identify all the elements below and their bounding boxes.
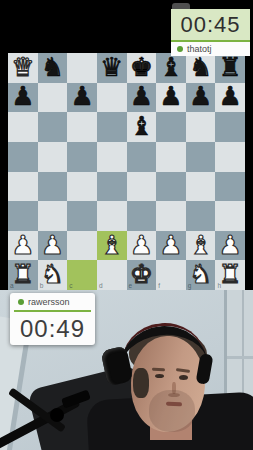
square-e2[interactable]: ♟ — [127, 231, 157, 261]
square-d3[interactable] — [97, 201, 127, 231]
square-b2[interactable]: ♟ — [38, 231, 68, 261]
square-b7[interactable] — [38, 83, 68, 113]
square-e6[interactable]: ♝ — [127, 112, 157, 142]
piece-black-pawn[interactable]: ♟ — [219, 83, 242, 109]
square-d2[interactable]: ♝ — [97, 231, 127, 261]
square-g2[interactable]: ♝ — [186, 231, 216, 261]
piece-white-pawn[interactable]: ♟ — [11, 232, 34, 258]
window-frame-bar — [227, 356, 253, 359]
square-c2[interactable] — [67, 231, 97, 261]
square-f2[interactable]: ♟ — [156, 231, 186, 261]
piece-black-pawn[interactable]: ♟ — [11, 83, 34, 109]
piece-white-rook[interactable]: ♜ — [219, 261, 242, 287]
piece-black-knight[interactable]: ♞ — [189, 54, 212, 80]
bottom-player-panel: rawersson 00:49 — [10, 293, 95, 345]
square-c8[interactable] — [67, 53, 97, 83]
square-g1[interactable]: ♞g — [186, 260, 216, 290]
file-label: d — [99, 282, 103, 289]
square-b4[interactable] — [38, 172, 68, 202]
square-d7[interactable] — [97, 83, 127, 113]
square-e5[interactable] — [127, 142, 157, 172]
top-player-namebar: thatotj — [171, 42, 250, 56]
piece-black-bishop[interactable]: ♝ — [159, 54, 182, 80]
piece-black-pawn[interactable]: ♟ — [130, 83, 153, 109]
piece-black-pawn[interactable]: ♟ — [189, 83, 212, 109]
online-status-icon — [177, 46, 183, 52]
piece-white-pawn[interactable]: ♟ — [130, 232, 153, 258]
square-c1[interactable]: c — [67, 260, 97, 290]
square-h3[interactable] — [215, 201, 245, 231]
square-a8[interactable]: ♛ — [8, 53, 38, 83]
square-h8[interactable]: ♜ — [215, 53, 245, 83]
piece-white-queen[interactable]: ♛ — [11, 54, 34, 80]
piece-black-bishop[interactable]: ♝ — [130, 113, 153, 139]
piece-black-pawn[interactable]: ♟ — [159, 83, 182, 109]
piece-black-knight[interactable]: ♞ — [41, 54, 64, 80]
bottom-player-name: rawersson — [28, 297, 70, 307]
square-g8[interactable]: ♞ — [186, 53, 216, 83]
square-h4[interactable] — [215, 172, 245, 202]
square-c7[interactable]: ♟ — [67, 83, 97, 113]
file-label: f — [158, 282, 160, 289]
bottom-player-clock: 00:49 — [10, 312, 95, 345]
file-label: h — [217, 282, 221, 289]
square-c4[interactable] — [67, 172, 97, 202]
square-f6[interactable] — [156, 112, 186, 142]
square-h7[interactable]: ♟ — [215, 83, 245, 113]
square-b1[interactable]: ♞b — [38, 260, 68, 290]
square-h1[interactable]: ♜h — [215, 260, 245, 290]
square-h6[interactable] — [215, 112, 245, 142]
file-label: b — [40, 282, 44, 289]
file-label: e — [129, 282, 133, 289]
square-g6[interactable] — [186, 112, 216, 142]
piece-white-pawn[interactable]: ♟ — [159, 232, 182, 258]
mic-boom-joint — [50, 408, 64, 422]
square-a7[interactable]: ♟ — [8, 83, 38, 113]
square-f7[interactable]: ♟ — [156, 83, 186, 113]
square-e3[interactable] — [127, 201, 157, 231]
file-label: c — [69, 282, 72, 289]
square-b3[interactable] — [38, 201, 68, 231]
square-e4[interactable] — [127, 172, 157, 202]
square-d1[interactable]: d — [97, 260, 127, 290]
square-f4[interactable] — [156, 172, 186, 202]
piece-white-bishop[interactable]: ♝ — [100, 232, 123, 258]
bottom-player-namebar: rawersson — [10, 293, 95, 310]
square-d4[interactable] — [97, 172, 127, 202]
square-f8[interactable]: ♝ — [156, 53, 186, 83]
piece-black-king[interactable]: ♚ — [130, 54, 153, 80]
piece-white-pawn[interactable]: ♟ — [219, 232, 242, 258]
top-player-name: thatotj — [187, 44, 212, 54]
online-status-icon — [18, 299, 24, 305]
square-d5[interactable] — [97, 142, 127, 172]
piece-white-rook[interactable]: ♜ — [11, 261, 34, 287]
square-b8[interactable]: ♞ — [38, 53, 68, 83]
square-e1[interactable]: ♚e — [127, 260, 157, 290]
square-c3[interactable] — [67, 201, 97, 231]
piece-black-pawn[interactable]: ♟ — [70, 83, 93, 109]
square-d6[interactable] — [97, 112, 127, 142]
square-a5[interactable] — [8, 142, 38, 172]
square-g5[interactable] — [186, 142, 216, 172]
square-a4[interactable] — [8, 172, 38, 202]
piece-black-rook[interactable]: ♜ — [219, 54, 242, 80]
square-g3[interactable] — [186, 201, 216, 231]
top-player-clock: 00:45 — [171, 9, 250, 40]
square-h2[interactable]: ♟ — [215, 231, 245, 261]
chess-board[interactable]: ♛♞♛♚♝♞♜♟♟♟♟♟♟♝♟♟♝♟♟♝♟♜a♞bcd♚ef♞g♜h — [8, 53, 245, 290]
square-h5[interactable] — [215, 142, 245, 172]
square-e8[interactable]: ♚ — [127, 53, 157, 83]
file-label: a — [10, 282, 14, 289]
piece-white-king[interactable]: ♚ — [130, 261, 153, 287]
square-a6[interactable] — [8, 112, 38, 142]
square-a3[interactable] — [8, 201, 38, 231]
piece-black-queen[interactable]: ♛ — [100, 54, 123, 80]
square-f3[interactable] — [156, 201, 186, 231]
piece-white-pawn[interactable]: ♟ — [41, 232, 64, 258]
file-label: g — [188, 282, 192, 289]
top-player-panel: 00:45 thatotj — [171, 3, 250, 56]
square-b6[interactable] — [38, 112, 68, 142]
square-c5[interactable] — [67, 142, 97, 172]
square-f5[interactable] — [156, 142, 186, 172]
square-g4[interactable] — [186, 172, 216, 202]
stream-frame: ♛♞♛♚♝♞♜♟♟♟♟♟♟♝♟♟♝♟♟♝♟♜a♞bcd♚ef♞g♜h 00:45… — [0, 0, 253, 450]
square-e7[interactable]: ♟ — [127, 83, 157, 113]
piece-white-bishop[interactable]: ♝ — [189, 232, 212, 258]
piece-white-knight[interactable]: ♞ — [189, 261, 212, 287]
square-d8[interactable]: ♛ — [97, 53, 127, 83]
square-f1[interactable]: f — [156, 260, 186, 290]
square-c6[interactable] — [67, 112, 97, 142]
square-g7[interactable]: ♟ — [186, 83, 216, 113]
square-a1[interactable]: ♜a — [8, 260, 38, 290]
square-b5[interactable] — [38, 142, 68, 172]
piece-white-knight[interactable]: ♞ — [41, 261, 64, 287]
square-a2[interactable]: ♟ — [8, 231, 38, 261]
